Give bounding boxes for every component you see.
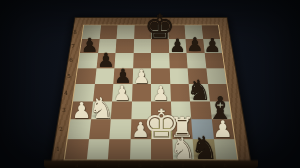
white-pawn[interactable]: ♟: [113, 83, 131, 103]
square-a5[interactable]: [76, 68, 97, 84]
black-pawn[interactable]: ♟: [186, 36, 203, 55]
white-knight[interactable]: ♞: [88, 94, 114, 123]
black-pawn[interactable]: ♟: [81, 36, 98, 55]
black-pawn[interactable]: ♟: [204, 36, 221, 55]
square-b8[interactable]: [99, 25, 117, 38]
black-pawn[interactable]: ♟: [169, 37, 185, 55]
black-knight[interactable]: ♞: [190, 133, 218, 164]
square-c8[interactable]: [117, 25, 135, 38]
chess-app-screen: ♚♟♟♟♟♟♟♟♟♟♞♟♞♝♟♚♜♟♞♞ 87654321abcdefgh: [0, 0, 300, 168]
square-a1[interactable]: [65, 139, 89, 160]
white-pawn[interactable]: ♟: [133, 67, 150, 86]
square-c1[interactable]: [108, 139, 130, 160]
square-e6[interactable]: [151, 53, 169, 68]
board-front-edge: [44, 159, 258, 168]
square-b1[interactable]: [86, 139, 109, 160]
square-c7[interactable]: [116, 39, 134, 53]
black-pawn[interactable]: ♟: [97, 51, 114, 70]
